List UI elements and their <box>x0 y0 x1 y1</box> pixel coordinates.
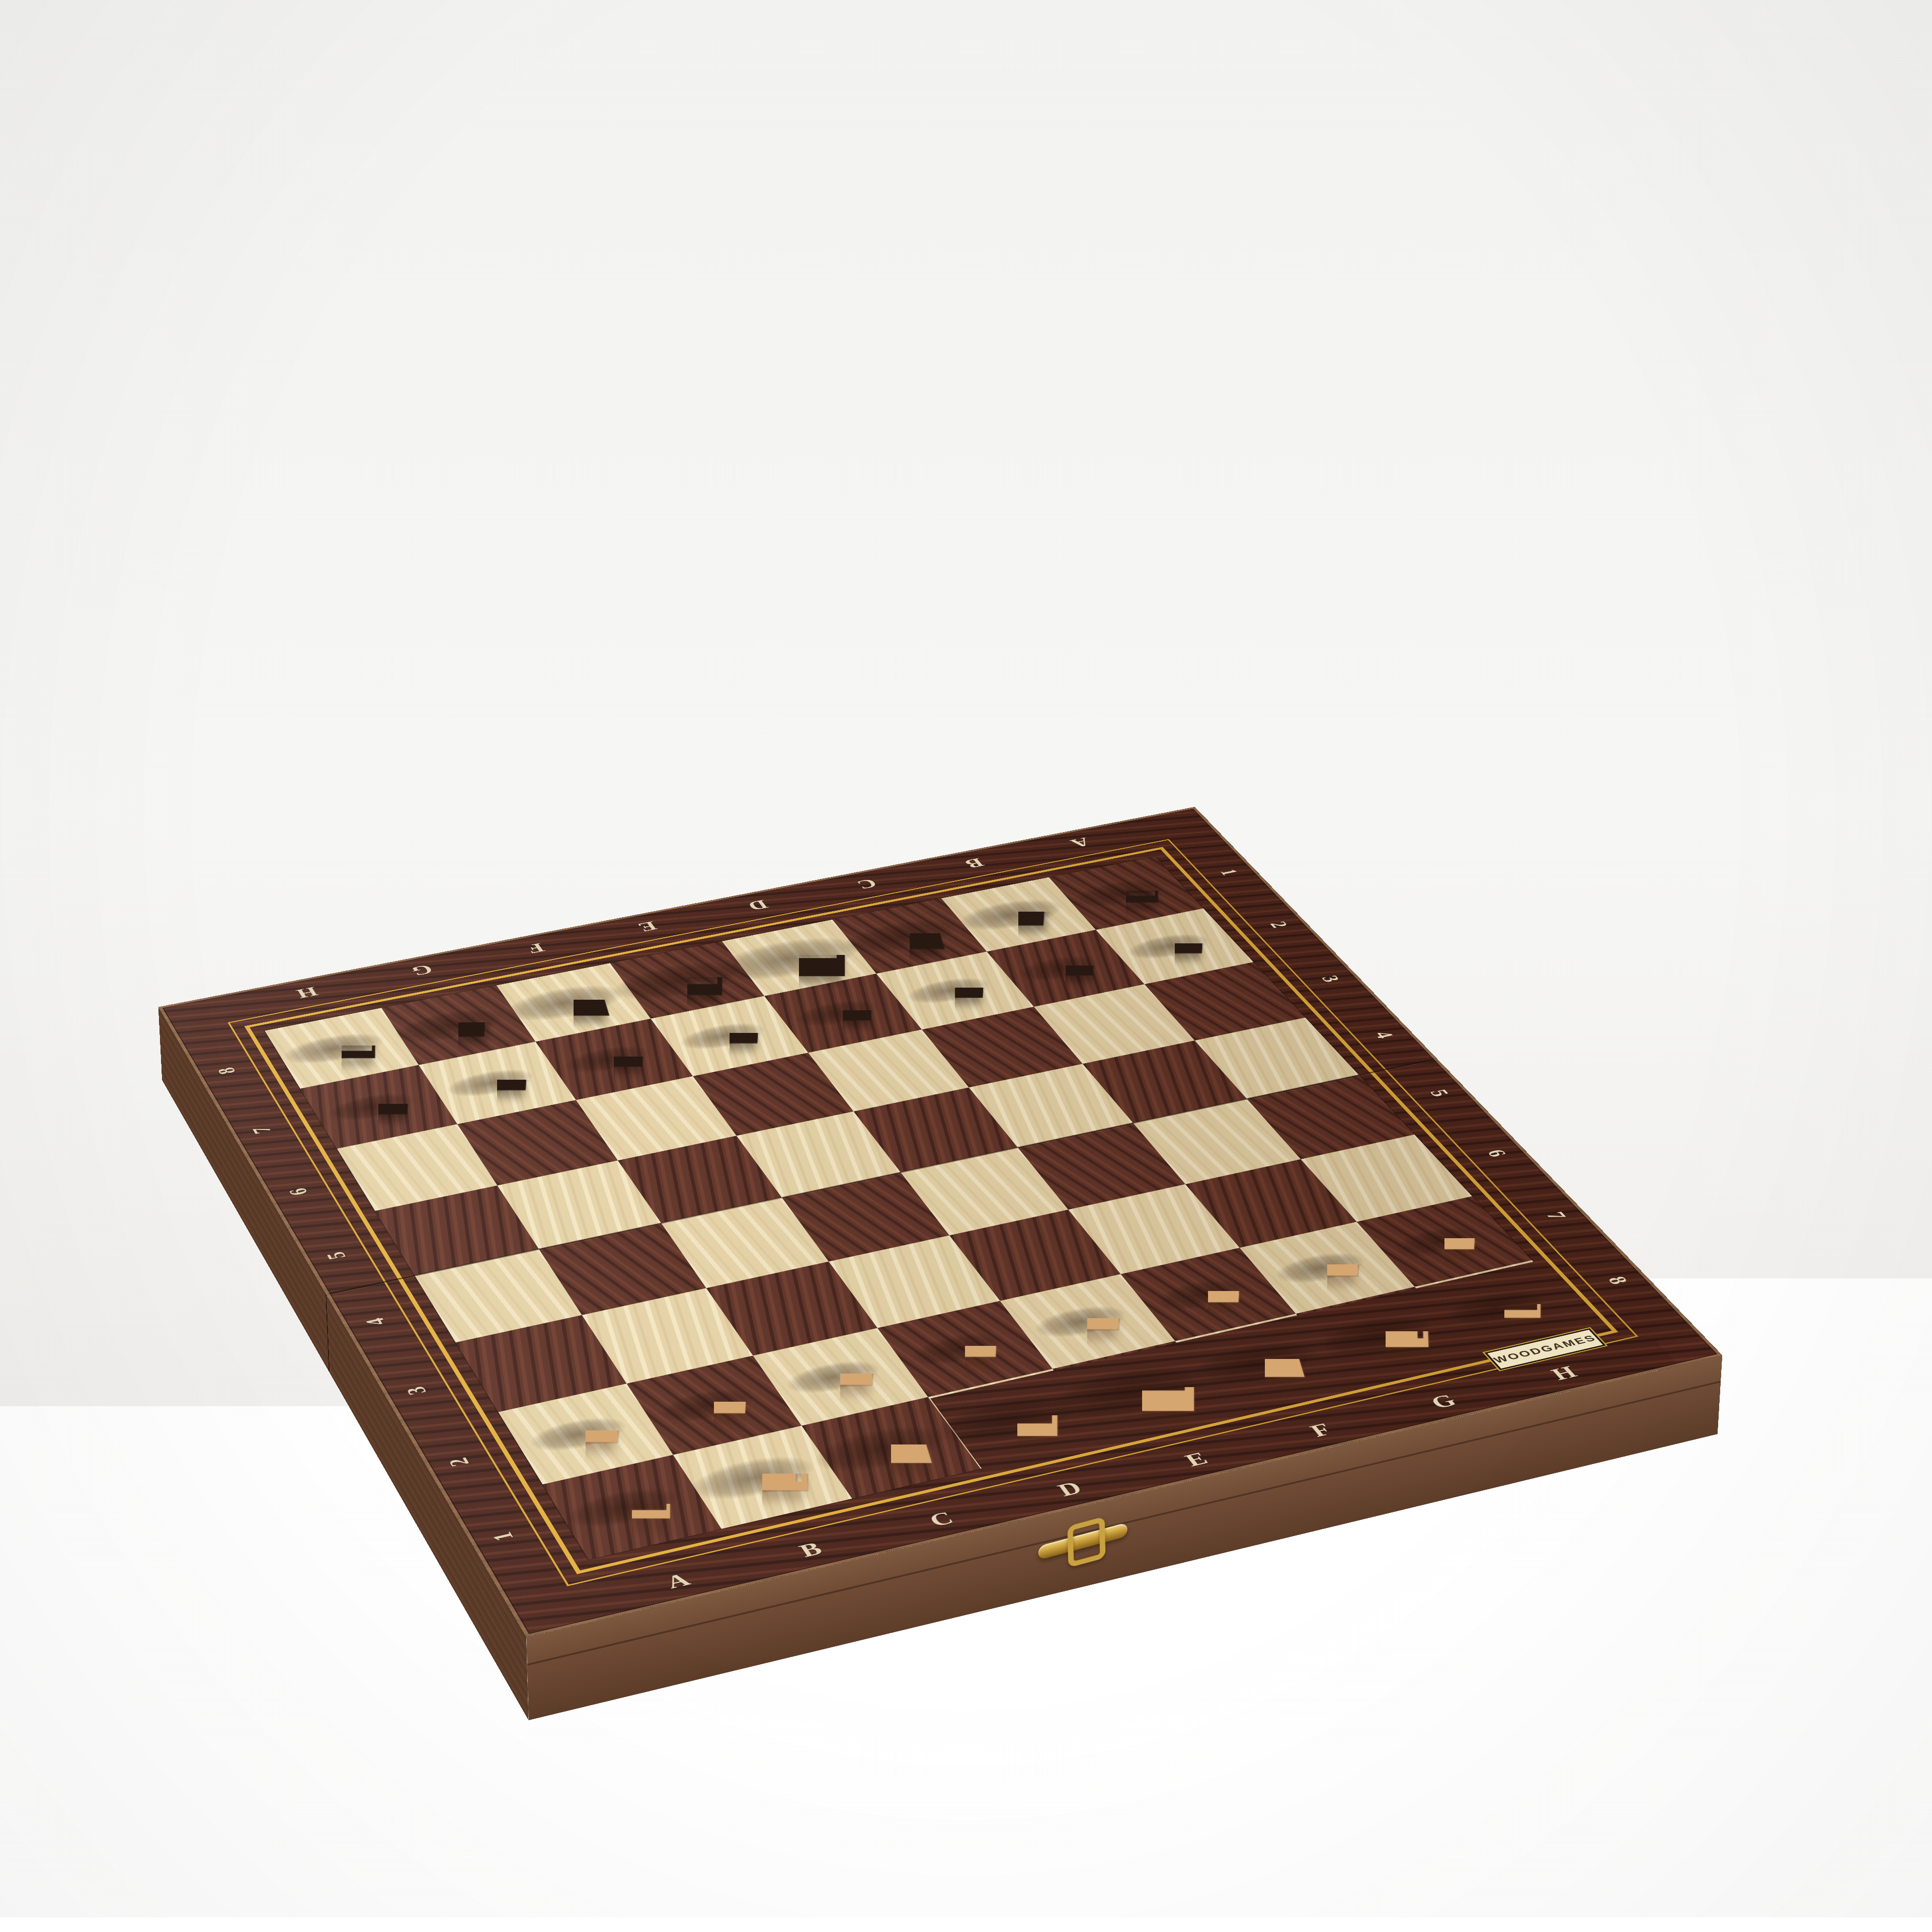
board-scene: AABBCCDDEEFFGGHH1122334455667788 WOODGAM… <box>0 0 1932 1932</box>
chess-board: AABBCCDDEEFFGGHH1122334455667788 WOODGAM… <box>158 807 1723 1637</box>
brass-clasp <box>1038 1510 1128 1570</box>
chess-box: AABBCCDDEEFFGGHH1122334455667788 WOODGAM… <box>158 807 1723 1637</box>
photo-stage: AABBCCDDEEFFGGHH1122334455667788 WOODGAM… <box>0 0 1932 1932</box>
fold-seam-left <box>326 1294 330 1373</box>
clasp-hook <box>1067 1516 1105 1568</box>
